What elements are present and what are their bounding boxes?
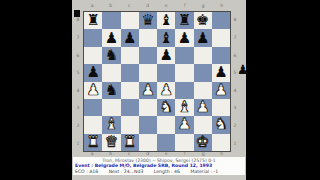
- stats-line: ECO : A16 Next : 24...Nd3 Length : 46 Ma…: [75, 169, 227, 174]
- file-label-h: h: [213, 3, 232, 9]
- square-f7: ♟: [175, 29, 193, 46]
- eco-code: ECO : A16: [75, 169, 98, 174]
- rank-labels-right: 87654321: [232, 11, 238, 152]
- square-a2: [84, 116, 102, 133]
- rank-label-2: 2: [232, 117, 238, 135]
- square-d1: [139, 134, 157, 151]
- rank-label-7: 7: [232, 29, 238, 47]
- square-f2: ♟: [175, 116, 193, 133]
- square-c7: ♟: [121, 29, 139, 46]
- square-c2: [121, 116, 139, 133]
- material-balance: Material : -1: [190, 169, 218, 174]
- file-label-b: b: [102, 3, 121, 9]
- square-g3: ♟: [194, 99, 212, 116]
- square-d2: [139, 116, 157, 133]
- white-p-h4: ♟: [214, 82, 227, 97]
- black-p-f7: ♟: [178, 30, 191, 45]
- black-r-f8: ♜: [178, 13, 191, 28]
- square-a6: [84, 47, 102, 64]
- file-label-c: c: [120, 3, 139, 9]
- game-length: Length : 46: [154, 169, 180, 174]
- square-g4: [194, 82, 212, 99]
- file-label-g: g: [194, 3, 213, 9]
- black-p-c7: ♟: [123, 30, 136, 45]
- black-q-d8: ♛: [141, 13, 154, 28]
- white-q-b1: ♛: [105, 134, 118, 149]
- game-info-panel: Tron, Miroslav (2300) -- Shipov, Sergei …: [73, 157, 245, 175]
- side-to-move-indicator: [74, 10, 80, 17]
- square-c1: ♜: [121, 134, 139, 151]
- players-line: Tron, Miroslav (2300) -- Shipov, Sergei …: [73, 158, 245, 163]
- square-f5: [175, 64, 193, 81]
- white-r-a1: ♜: [86, 134, 99, 149]
- square-b5: [102, 64, 120, 81]
- rank-label-2: 2: [75, 117, 81, 135]
- black-r-a8: ♜: [86, 13, 99, 28]
- video-frame: abcdefgh 87654321 87654321 abcdefgh ♜♛♝♜…: [0, 0, 320, 180]
- square-e5: [157, 64, 175, 81]
- white-n-h2: ♞: [214, 117, 227, 132]
- white-r-c1: ♜: [123, 134, 136, 149]
- square-h8: [212, 12, 230, 29]
- black-p-g7: ♟: [196, 30, 209, 45]
- rank-labels-left: 87654321: [75, 11, 81, 152]
- square-d7: [139, 29, 157, 46]
- square-a8: ♜: [84, 12, 102, 29]
- square-h3: [212, 99, 230, 116]
- square-f8: ♜: [175, 12, 193, 29]
- white-n-e3: ♞: [159, 100, 172, 115]
- square-d4: ♟: [139, 82, 157, 99]
- file-label-f: f: [176, 3, 195, 9]
- square-h6: [212, 47, 230, 64]
- black-b-e8: ♝: [159, 13, 172, 28]
- black-k-g8: ♚: [196, 13, 209, 28]
- black-n-b6: ♞: [105, 47, 118, 62]
- square-e1: [157, 134, 175, 151]
- square-b2: ♝: [102, 116, 120, 133]
- black-p-b7: ♟: [105, 30, 118, 45]
- square-d5: [139, 64, 157, 81]
- white-p-g3: ♟: [196, 100, 209, 115]
- square-f6: [175, 47, 193, 64]
- square-b7: ♟: [102, 29, 120, 46]
- square-b1: ♛: [102, 134, 120, 151]
- white-p-d4: ♟: [141, 82, 154, 97]
- rank-label-3: 3: [75, 99, 81, 117]
- file-labels-top: abcdefgh: [83, 3, 231, 9]
- black-p-e6: ♟: [159, 47, 172, 62]
- chess-viewer: abcdefgh 87654321 87654321 abcdefgh ♜♛♝♜…: [72, 0, 246, 180]
- square-h4: ♟: [212, 82, 230, 99]
- square-c3: [121, 99, 139, 116]
- captured-pawn-icon: ♟: [237, 63, 249, 76]
- black-b-e7: ♝: [159, 30, 172, 45]
- square-h1: [212, 134, 230, 151]
- event-line: Event : Belgrade M/O, Belgrade SRB, Roun…: [75, 163, 212, 168]
- rank-label-3: 3: [232, 99, 238, 117]
- square-e2: [157, 116, 175, 133]
- rank-label-7: 7: [75, 29, 81, 47]
- file-label-a: a: [83, 3, 102, 9]
- black-p-a5: ♟: [86, 65, 99, 80]
- square-g5: [194, 64, 212, 81]
- file-label-e: e: [157, 3, 176, 9]
- square-d6: [139, 47, 157, 64]
- square-b4: ♞: [102, 82, 120, 99]
- square-f3: ♝: [175, 99, 193, 116]
- next-move: Next : 24...Nd3: [109, 169, 144, 174]
- square-g1: ♚: [194, 134, 212, 151]
- square-h7: [212, 29, 230, 46]
- white-p-e4: ♟: [159, 82, 172, 97]
- rank-label-1: 1: [75, 134, 81, 152]
- rank-label-8: 8: [232, 11, 238, 29]
- square-f4: [175, 82, 193, 99]
- square-g7: ♟: [194, 29, 212, 46]
- square-h5: ♟: [212, 64, 230, 81]
- square-e7: ♝: [157, 29, 175, 46]
- square-b3: [102, 99, 120, 116]
- black-p-h5: ♟: [214, 65, 227, 80]
- square-d8: ♛: [139, 12, 157, 29]
- rank-label-1: 1: [232, 134, 238, 152]
- square-c6: [121, 47, 139, 64]
- black-n-b4: ♞: [105, 82, 118, 97]
- white-p-a4: ♟: [86, 82, 99, 97]
- square-d3: [139, 99, 157, 116]
- square-g6: [194, 47, 212, 64]
- square-e3: ♞: [157, 99, 175, 116]
- square-b6: ♞: [102, 47, 120, 64]
- white-p-f2: ♟: [178, 117, 191, 132]
- square-e6: ♟: [157, 47, 175, 64]
- rank-label-6: 6: [75, 46, 81, 64]
- square-c5: [121, 64, 139, 81]
- white-b-b2: ♝: [105, 117, 118, 132]
- square-g8: ♚: [194, 12, 212, 29]
- square-a3: [84, 99, 102, 116]
- square-h2: ♞: [212, 116, 230, 133]
- square-b8: [102, 12, 120, 29]
- rank-label-4: 4: [75, 82, 81, 100]
- square-a1: ♜: [84, 134, 102, 151]
- square-c4: [121, 82, 139, 99]
- square-e4: ♟: [157, 82, 175, 99]
- white-k-g1: ♚: [196, 134, 209, 149]
- square-g2: [194, 116, 212, 133]
- rank-label-5: 5: [75, 64, 81, 82]
- square-e8: ♝: [157, 12, 175, 29]
- file-label-d: d: [139, 3, 158, 9]
- square-a7: [84, 29, 102, 46]
- square-a4: ♟: [84, 82, 102, 99]
- rank-label-4: 4: [232, 82, 238, 100]
- square-c8: [121, 12, 139, 29]
- white-b-f3: ♝: [178, 100, 191, 115]
- chess-board: ♜♛♝♜♚♟♟♝♟♟♞♟♟♟♟♞♟♟♟♞♝♟♝♟♞♜♛♜♚: [83, 11, 231, 152]
- square-f1: [175, 134, 193, 151]
- square-a5: ♟: [84, 64, 102, 81]
